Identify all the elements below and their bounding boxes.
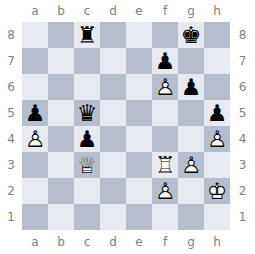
square-f8[interactable] [152,22,178,48]
file-label-bottom-d: d [100,230,126,254]
square-f4[interactable] [152,126,178,152]
rank-label-left-8: 8 [0,22,22,48]
chess-board: abcdefgh8♜♚87♟76♟♙♟65♟♛♟54♟♙♟♟♙43♛♕♜♖♟♙3… [0,0,255,254]
board-corner-spacer [0,0,22,22]
square-f7[interactable]: ♟ [152,48,178,74]
piece-outline-layer: ♙ [178,152,204,178]
square-h6[interactable] [204,74,230,100]
black-pawn-piece[interactable]: ♟ [22,100,48,126]
rank-label-right-3: 3 [230,152,255,178]
square-e2[interactable] [126,178,152,204]
black-pawn-piece[interactable]: ♟ [152,48,178,74]
square-e8[interactable] [126,22,152,48]
square-d4[interactable] [100,126,126,152]
file-label-top-d: d [100,0,126,22]
file-label-top-c: c [74,0,100,22]
white-pawn-piece[interactable]: ♟♙ [204,126,230,152]
square-a1[interactable] [22,204,48,230]
square-a6[interactable] [22,74,48,100]
square-b4[interactable] [48,126,74,152]
square-a2[interactable] [22,178,48,204]
square-b5[interactable] [48,100,74,126]
square-f3[interactable]: ♜♖ [152,152,178,178]
square-e7[interactable] [126,48,152,74]
square-h4[interactable]: ♟♙ [204,126,230,152]
black-pawn-piece[interactable]: ♟ [204,100,230,126]
square-d5[interactable] [100,100,126,126]
piece-outline-layer: ♔ [204,178,230,204]
file-label-top-g: g [178,0,204,22]
square-c1[interactable] [74,204,100,230]
square-h3[interactable] [204,152,230,178]
square-h1[interactable] [204,204,230,230]
square-h5[interactable]: ♟ [204,100,230,126]
file-label-bottom-g: g [178,230,204,254]
white-pawn-piece[interactable]: ♟♙ [178,152,204,178]
square-d7[interactable] [100,48,126,74]
file-label-bottom-b: b [48,230,74,254]
square-e5[interactable] [126,100,152,126]
file-label-bottom-c: c [74,230,100,254]
rank-label-right-1: 1 [230,204,255,230]
rank-label-right-5: 5 [230,100,255,126]
square-d6[interactable] [100,74,126,100]
square-b2[interactable] [48,178,74,204]
rank-label-left-6: 6 [0,74,22,100]
square-c4[interactable]: ♟ [74,126,100,152]
square-c7[interactable] [74,48,100,74]
rank-label-right-8: 8 [230,22,255,48]
square-h7[interactable] [204,48,230,74]
file-label-top-a: a [22,0,48,22]
square-e6[interactable] [126,74,152,100]
rank-label-right-6: 6 [230,74,255,100]
white-pawn-piece[interactable]: ♟♙ [22,126,48,152]
square-e4[interactable] [126,126,152,152]
square-a7[interactable] [22,48,48,74]
square-g6[interactable]: ♟ [178,74,204,100]
square-b1[interactable] [48,204,74,230]
square-g4[interactable] [178,126,204,152]
file-label-bottom-a: a [22,230,48,254]
white-king-piece[interactable]: ♚♔ [204,178,230,204]
piece-outline-layer: ♙ [22,126,48,152]
black-pawn-piece[interactable]: ♟ [74,126,100,152]
square-g3[interactable]: ♟♙ [178,152,204,178]
rank-label-left-1: 1 [0,204,22,230]
square-f2[interactable]: ♟♙ [152,178,178,204]
file-label-bottom-f: f [152,230,178,254]
rank-label-left-4: 4 [0,126,22,152]
square-d2[interactable] [100,178,126,204]
piece-outline-layer: ♕ [74,152,100,178]
square-g2[interactable] [178,178,204,204]
square-c5[interactable]: ♛ [74,100,100,126]
white-pawn-piece[interactable]: ♟♙ [152,74,178,100]
square-h2[interactable]: ♚♔ [204,178,230,204]
square-g7[interactable] [178,48,204,74]
file-label-top-e: e [126,0,152,22]
board-corner-spacer [230,0,255,22]
chess-diagram-page: abcdefgh8♜♚87♟76♟♙♟65♟♛♟54♟♙♟♟♙43♛♕♜♖♟♙3… [0,0,255,254]
file-label-bottom-h: h [204,230,230,254]
board-corner-spacer [0,230,22,254]
square-f1[interactable] [152,204,178,230]
square-a3[interactable] [22,152,48,178]
square-d3[interactable] [100,152,126,178]
square-a5[interactable]: ♟ [22,100,48,126]
file-label-bottom-e: e [126,230,152,254]
piece-outline-layer: ♙ [152,178,178,204]
piece-outline-layer: ♙ [152,74,178,100]
square-a4[interactable]: ♟♙ [22,126,48,152]
square-b3[interactable] [48,152,74,178]
white-queen-piece[interactable]: ♛♕ [74,152,100,178]
black-queen-piece[interactable]: ♛ [74,100,100,126]
piece-outline-layer: ♙ [204,126,230,152]
black-rook-piece[interactable]: ♜ [74,22,100,48]
square-e3[interactable] [126,152,152,178]
square-e1[interactable] [126,204,152,230]
square-d8[interactable] [100,22,126,48]
black-king-piece[interactable]: ♚ [178,22,204,48]
square-c8[interactable]: ♜ [74,22,100,48]
black-pawn-piece[interactable]: ♟ [178,74,204,100]
square-d1[interactable] [100,204,126,230]
rank-label-left-7: 7 [0,48,22,74]
rank-label-left-2: 2 [0,178,22,204]
square-b8[interactable] [48,22,74,48]
rank-label-right-7: 7 [230,48,255,74]
white-rook-piece[interactable]: ♜♖ [152,152,178,178]
square-f6[interactable]: ♟♙ [152,74,178,100]
rank-label-right-4: 4 [230,126,255,152]
square-c2[interactable] [74,178,100,204]
white-pawn-piece[interactable]: ♟♙ [152,178,178,204]
square-g5[interactable] [178,100,204,126]
square-h8[interactable] [204,22,230,48]
piece-outline-layer: ♖ [152,152,178,178]
board-corner-spacer [230,230,255,254]
square-g8[interactable]: ♚ [178,22,204,48]
rank-label-left-3: 3 [0,152,22,178]
square-c6[interactable] [74,74,100,100]
rank-label-right-2: 2 [230,178,255,204]
file-label-top-f: f [152,0,178,22]
square-b6[interactable] [48,74,74,100]
square-a8[interactable] [22,22,48,48]
square-c3[interactable]: ♛♕ [74,152,100,178]
square-b7[interactable] [48,48,74,74]
file-label-top-b: b [48,0,74,22]
square-g1[interactable] [178,204,204,230]
square-f5[interactable] [152,100,178,126]
file-label-top-h: h [204,0,230,22]
rank-label-left-5: 5 [0,100,22,126]
